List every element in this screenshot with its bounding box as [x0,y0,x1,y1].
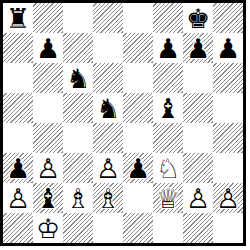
piece-black-pawn: ♟ [33,33,63,63]
piece-halo: ♟ [213,183,243,213]
square-c7[interactable] [63,33,93,63]
piece-halo: ♚ [183,3,213,33]
square-a5[interactable] [3,93,33,123]
square-c3[interactable] [63,153,93,183]
square-a6[interactable] [3,63,33,93]
square-e4[interactable] [123,123,153,153]
piece-halo: ♝ [93,183,123,213]
square-g1[interactable] [183,213,213,243]
square-f6[interactable] [153,63,183,93]
piece-black-bishop: ♝ [33,183,63,213]
piece-halo: ♝ [33,183,63,213]
square-d8[interactable] [93,3,123,33]
square-c1[interactable] [63,213,93,243]
piece-black-knight: ♞ [93,93,123,123]
piece-halo: ♟ [123,153,153,183]
piece-black-pawn: ♟ [213,33,243,63]
piece-white-pawn: ♙ [183,183,213,213]
square-a3[interactable]: ♟♟ [3,153,33,183]
square-b7[interactable]: ♟♟ [33,33,63,63]
piece-white-pawn: ♙ [93,153,123,183]
piece-black-pawn: ♟ [153,33,183,63]
square-b2[interactable]: ♝♝ [33,183,63,213]
square-b1[interactable]: ♚♔ [33,213,63,243]
square-h8[interactable] [213,3,243,33]
piece-white-pawn: ♙ [213,183,243,213]
square-d7[interactable] [93,33,123,63]
square-b3[interactable]: ♟♙ [33,153,63,183]
piece-black-rook: ♜ [3,3,33,33]
square-a2[interactable]: ♟♙ [3,183,33,213]
piece-black-bishop: ♝ [153,93,183,123]
square-c4[interactable] [63,123,93,153]
square-f8[interactable] [153,3,183,33]
square-h4[interactable] [213,123,243,153]
square-c2[interactable]: ♝♗ [63,183,93,213]
piece-white-bishop: ♗ [93,183,123,213]
piece-halo: ♟ [93,153,123,183]
square-a1[interactable] [3,213,33,243]
piece-halo: ♞ [63,63,93,93]
square-c5[interactable] [63,93,93,123]
piece-halo: ♟ [33,153,63,183]
square-e1[interactable] [123,213,153,243]
chess-diagram: ♜♜♚♚♟♟♟♟♟♟♟♟♞♞♞♞♝♝♟♟♟♙♟♙♟♟♞♘♟♙♝♝♝♗♝♗♛♕♟♙… [0,0,246,246]
square-h5[interactable] [213,93,243,123]
square-f3[interactable]: ♞♘ [153,153,183,183]
square-g4[interactable] [183,123,213,153]
square-h3[interactable] [213,153,243,183]
square-b8[interactable] [33,3,63,33]
square-f5[interactable]: ♝♝ [153,93,183,123]
square-b5[interactable] [33,93,63,123]
piece-black-pawn: ♟ [123,153,153,183]
square-d2[interactable]: ♝♗ [93,183,123,213]
piece-halo: ♛ [153,183,183,213]
square-g2[interactable]: ♟♙ [183,183,213,213]
square-d3[interactable]: ♟♙ [93,153,123,183]
piece-white-king: ♔ [33,213,63,243]
square-g6[interactable] [183,63,213,93]
square-e2[interactable] [123,183,153,213]
piece-halo: ♞ [153,153,183,183]
square-f7[interactable]: ♟♟ [153,33,183,63]
piece-halo: ♚ [33,213,63,243]
square-g7[interactable]: ♟♟ [183,33,213,63]
piece-halo: ♟ [33,33,63,63]
piece-halo: ♟ [3,153,33,183]
square-e5[interactable] [123,93,153,123]
chess-board: ♜♜♚♚♟♟♟♟♟♟♟♟♞♞♞♞♝♝♟♟♟♙♟♙♟♟♞♘♟♙♝♝♝♗♝♗♛♕♟♙… [0,0,246,246]
piece-white-knight: ♘ [153,153,183,183]
square-h7[interactable]: ♟♟ [213,33,243,63]
square-b6[interactable] [33,63,63,93]
square-b4[interactable] [33,123,63,153]
piece-halo: ♟ [183,33,213,63]
piece-black-pawn: ♟ [3,153,33,183]
piece-black-knight: ♞ [63,63,93,93]
piece-black-pawn: ♟ [183,33,213,63]
square-a7[interactable] [3,33,33,63]
square-h1[interactable] [213,213,243,243]
square-g3[interactable] [183,153,213,183]
piece-white-queen: ♕ [153,183,183,213]
square-g8[interactable]: ♚♚ [183,3,213,33]
square-c8[interactable] [63,3,93,33]
square-a8[interactable]: ♜♜ [3,3,33,33]
square-d4[interactable] [93,123,123,153]
piece-halo: ♟ [183,183,213,213]
square-e6[interactable] [123,63,153,93]
piece-halo: ♝ [153,93,183,123]
piece-white-pawn: ♙ [3,183,33,213]
piece-halo: ♞ [93,93,123,123]
square-d1[interactable] [93,213,123,243]
piece-halo: ♜ [3,3,33,33]
square-c6[interactable]: ♞♞ [63,63,93,93]
piece-halo: ♟ [3,183,33,213]
square-d5[interactable]: ♞♞ [93,93,123,123]
square-a4[interactable] [3,123,33,153]
square-g5[interactable] [183,93,213,123]
square-f4[interactable] [153,123,183,153]
piece-white-pawn: ♙ [33,153,63,183]
piece-halo: ♟ [153,33,183,63]
square-f2[interactable]: ♛♕ [153,183,183,213]
square-h6[interactable] [213,63,243,93]
piece-halo: ♟ [213,33,243,63]
square-e3[interactable]: ♟♟ [123,153,153,183]
piece-halo: ♝ [63,183,93,213]
square-e7[interactable] [123,33,153,63]
piece-white-bishop: ♗ [63,183,93,213]
piece-black-king: ♚ [183,3,213,33]
square-d6[interactable] [93,63,123,93]
square-h2[interactable]: ♟♙ [213,183,243,213]
square-e8[interactable] [123,3,153,33]
square-f1[interactable] [153,213,183,243]
